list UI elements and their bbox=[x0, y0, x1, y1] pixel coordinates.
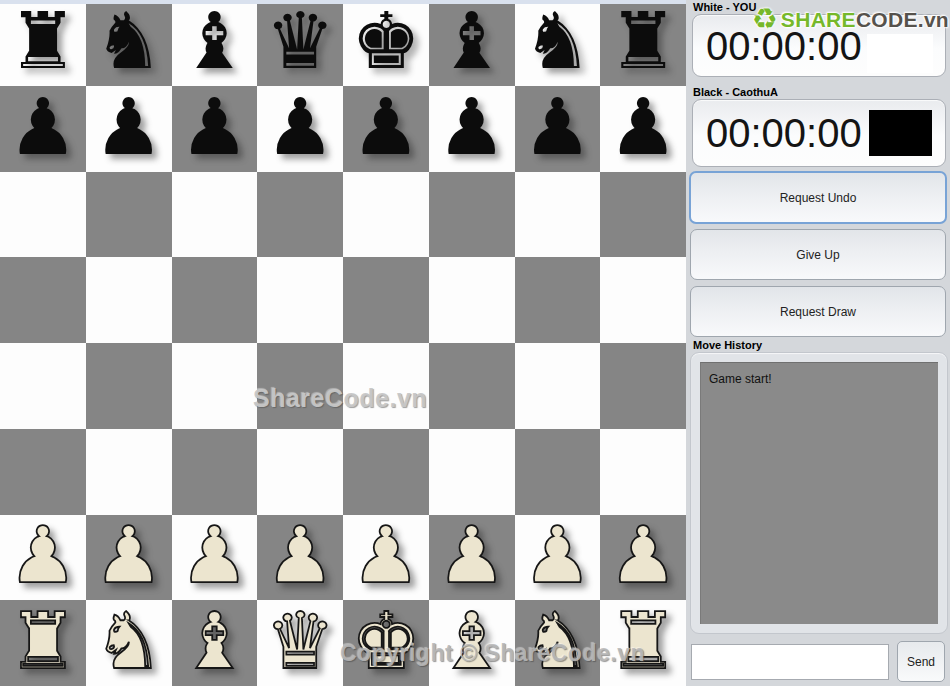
white-clock-time: 00:00:00 bbox=[706, 23, 862, 68]
square-b6[interactable] bbox=[86, 172, 172, 258]
black-player-label: Black - CaothuA bbox=[693, 86, 778, 98]
square-g6[interactable] bbox=[515, 172, 601, 258]
square-f2[interactable]: ♟ bbox=[429, 515, 515, 601]
piece-white-pawn: ♟ bbox=[94, 516, 164, 594]
square-a3[interactable] bbox=[0, 429, 86, 515]
square-h5[interactable] bbox=[600, 257, 686, 343]
square-h8[interactable]: ♜ bbox=[600, 0, 686, 86]
black-color-indicator bbox=[869, 110, 932, 156]
white-player-label: White - YOU bbox=[693, 1, 756, 13]
square-e2[interactable]: ♟ bbox=[343, 515, 429, 601]
send-button[interactable]: Send bbox=[897, 641, 945, 682]
square-g5[interactable] bbox=[515, 257, 601, 343]
square-f3[interactable] bbox=[429, 429, 515, 515]
square-c7[interactable]: ♟ bbox=[172, 86, 258, 172]
piece-black-pawn: ♟ bbox=[8, 88, 78, 166]
square-f6[interactable] bbox=[429, 172, 515, 258]
piece-white-pawn: ♟ bbox=[179, 516, 249, 594]
square-h1[interactable]: ♜ bbox=[600, 600, 686, 686]
square-e5[interactable] bbox=[343, 257, 429, 343]
give-up-button[interactable]: Give Up bbox=[690, 229, 946, 280]
piece-white-pawn: ♟ bbox=[437, 516, 507, 594]
square-c6[interactable] bbox=[172, 172, 258, 258]
piece-white-king: ♚ bbox=[351, 602, 421, 680]
black-clock-time: 00:00:00 bbox=[706, 111, 862, 156]
square-d1[interactable]: ♛ bbox=[257, 600, 343, 686]
piece-black-queen: ♛ bbox=[265, 2, 335, 80]
chat-input[interactable] bbox=[691, 644, 889, 680]
square-b5[interactable] bbox=[86, 257, 172, 343]
piece-white-pawn: ♟ bbox=[265, 516, 335, 594]
square-h2[interactable]: ♟ bbox=[600, 515, 686, 601]
piece-white-pawn: ♟ bbox=[8, 516, 78, 594]
square-d6[interactable] bbox=[257, 172, 343, 258]
request-draw-button[interactable]: Request Draw bbox=[690, 286, 946, 337]
piece-white-bishop: ♝ bbox=[437, 602, 507, 680]
square-f5[interactable] bbox=[429, 257, 515, 343]
piece-black-rook: ♜ bbox=[8, 2, 78, 80]
square-d2[interactable]: ♟ bbox=[257, 515, 343, 601]
white-color-indicator bbox=[867, 34, 933, 73]
square-e1[interactable]: ♚ bbox=[343, 600, 429, 686]
piece-black-rook: ♜ bbox=[608, 2, 678, 80]
square-g3[interactable] bbox=[515, 429, 601, 515]
square-b4[interactable] bbox=[86, 343, 172, 429]
square-d8[interactable]: ♛ bbox=[257, 0, 343, 86]
piece-black-pawn: ♟ bbox=[94, 88, 164, 166]
square-e3[interactable] bbox=[343, 429, 429, 515]
piece-black-knight: ♞ bbox=[94, 2, 164, 80]
piece-white-rook: ♜ bbox=[608, 602, 678, 680]
piece-black-king: ♚ bbox=[351, 2, 421, 80]
square-c8[interactable]: ♝ bbox=[172, 0, 258, 86]
piece-white-bishop: ♝ bbox=[179, 602, 249, 680]
square-b8[interactable]: ♞ bbox=[86, 0, 172, 86]
square-g8[interactable]: ♞ bbox=[515, 0, 601, 86]
square-c1[interactable]: ♝ bbox=[172, 600, 258, 686]
square-d7[interactable]: ♟ bbox=[257, 86, 343, 172]
square-h6[interactable] bbox=[600, 172, 686, 258]
request-undo-button[interactable]: Request Undo bbox=[689, 171, 947, 224]
square-a7[interactable]: ♟ bbox=[0, 86, 86, 172]
square-b7[interactable]: ♟ bbox=[86, 86, 172, 172]
square-e4[interactable] bbox=[343, 343, 429, 429]
piece-black-pawn: ♟ bbox=[179, 88, 249, 166]
square-c2[interactable]: ♟ bbox=[172, 515, 258, 601]
move-history-list: Game start! bbox=[700, 362, 938, 624]
piece-white-pawn: ♟ bbox=[351, 516, 421, 594]
square-g4[interactable] bbox=[515, 343, 601, 429]
square-g2[interactable]: ♟ bbox=[515, 515, 601, 601]
square-d3[interactable] bbox=[257, 429, 343, 515]
square-f1[interactable]: ♝ bbox=[429, 600, 515, 686]
square-b2[interactable]: ♟ bbox=[86, 515, 172, 601]
square-e6[interactable] bbox=[343, 172, 429, 258]
piece-black-bishop: ♝ bbox=[179, 2, 249, 80]
piece-black-knight: ♞ bbox=[522, 2, 592, 80]
square-f8[interactable]: ♝ bbox=[429, 0, 515, 86]
square-g1[interactable]: ♞ bbox=[515, 600, 601, 686]
square-f4[interactable] bbox=[429, 343, 515, 429]
piece-black-pawn: ♟ bbox=[265, 88, 335, 166]
square-a6[interactable] bbox=[0, 172, 86, 258]
piece-black-pawn: ♟ bbox=[608, 88, 678, 166]
white-clock: 00:00:00 bbox=[692, 14, 946, 77]
square-h3[interactable] bbox=[600, 429, 686, 515]
square-e8[interactable]: ♚ bbox=[343, 0, 429, 86]
window-top-border bbox=[0, 0, 686, 4]
square-h7[interactable]: ♟ bbox=[600, 86, 686, 172]
square-e7[interactable]: ♟ bbox=[343, 86, 429, 172]
square-c5[interactable] bbox=[172, 257, 258, 343]
move-history-entry: Game start! bbox=[709, 372, 930, 386]
chess-board: ♜♞♝♛♚♝♞♜♟♟♟♟♟♟♟♟♟♟♟♟♟♟♟♟♜♞♝♛♚♝♞♜ bbox=[0, 0, 686, 686]
piece-white-pawn: ♟ bbox=[522, 516, 592, 594]
square-a8[interactable]: ♜ bbox=[0, 0, 86, 86]
piece-black-pawn: ♟ bbox=[522, 88, 592, 166]
piece-black-pawn: ♟ bbox=[351, 88, 421, 166]
piece-white-knight: ♞ bbox=[94, 602, 164, 680]
side-panel: White - YOU 00:00:00 Black - CaothuA 00:… bbox=[686, 0, 950, 686]
square-c3[interactable] bbox=[172, 429, 258, 515]
move-history-label: Move History bbox=[693, 339, 762, 351]
square-f7[interactable]: ♟ bbox=[429, 86, 515, 172]
square-d4[interactable] bbox=[257, 343, 343, 429]
square-a2[interactable]: ♟ bbox=[0, 515, 86, 601]
square-c4[interactable] bbox=[172, 343, 258, 429]
piece-white-rook: ♜ bbox=[8, 602, 78, 680]
piece-black-bishop: ♝ bbox=[437, 2, 507, 80]
square-g7[interactable]: ♟ bbox=[515, 86, 601, 172]
piece-white-queen: ♛ bbox=[265, 602, 335, 680]
square-d5[interactable] bbox=[257, 257, 343, 343]
piece-white-knight: ♞ bbox=[522, 602, 592, 680]
square-a5[interactable] bbox=[0, 257, 86, 343]
square-b3[interactable] bbox=[86, 429, 172, 515]
black-clock: 00:00:00 bbox=[692, 99, 946, 167]
square-b1[interactable]: ♞ bbox=[86, 600, 172, 686]
piece-black-pawn: ♟ bbox=[437, 88, 507, 166]
move-history-panel: Game start! bbox=[690, 352, 948, 634]
square-h4[interactable] bbox=[600, 343, 686, 429]
square-a4[interactable] bbox=[0, 343, 86, 429]
square-a1[interactable]: ♜ bbox=[0, 600, 86, 686]
piece-white-pawn: ♟ bbox=[608, 516, 678, 594]
